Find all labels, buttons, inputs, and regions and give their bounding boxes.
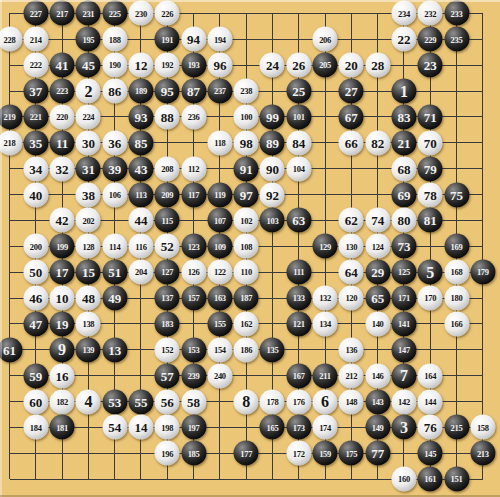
intersection-r14-c18[interactable] bbox=[470, 363, 496, 389]
intersection-r17-c2[interactable] bbox=[49, 440, 75, 466]
intersection-r15-c8[interactable] bbox=[207, 389, 233, 415]
intersection-r15-c5[interactable]: 55 bbox=[128, 389, 154, 415]
intersection-r14-c9[interactable] bbox=[233, 363, 259, 389]
intersection-r15-c10[interactable]: 178 bbox=[259, 389, 285, 415]
intersection-r14-c5[interactable] bbox=[128, 363, 154, 389]
intersection-r8-c1[interactable] bbox=[23, 208, 49, 234]
intersection-r5-c18[interactable] bbox=[470, 130, 496, 156]
intersection-r9-c8[interactable]: 109 bbox=[207, 233, 233, 259]
intersection-r2-c10[interactable]: 24 bbox=[259, 52, 285, 78]
intersection-r4-c14[interactable] bbox=[365, 104, 391, 130]
intersection-r5-c1[interactable]: 35 bbox=[23, 130, 49, 156]
intersection-r15-c13[interactable]: 148 bbox=[338, 389, 364, 415]
intersection-r18-c7[interactable] bbox=[180, 466, 206, 492]
intersection-r9-c0[interactable] bbox=[0, 233, 23, 259]
intersection-r7-c11[interactable] bbox=[286, 182, 312, 208]
intersection-r14-c0[interactable] bbox=[0, 363, 23, 389]
intersection-r16-c3[interactable] bbox=[75, 415, 101, 441]
intersection-r1-c18[interactable] bbox=[470, 26, 496, 52]
intersection-r13-c12[interactable] bbox=[312, 337, 338, 363]
intersection-r1-c5[interactable] bbox=[128, 26, 154, 52]
intersection-r6-c14[interactable] bbox=[365, 156, 391, 182]
intersection-r13-c16[interactable] bbox=[417, 337, 443, 363]
intersection-r15-c12[interactable]: 6 bbox=[312, 389, 338, 415]
intersection-r18-c8[interactable] bbox=[207, 466, 233, 492]
intersection-r18-c17[interactable]: 151 bbox=[443, 466, 469, 492]
intersection-r5-c12[interactable] bbox=[312, 130, 338, 156]
intersection-r7-c8[interactable]: 119 bbox=[207, 182, 233, 208]
intersection-r13-c10[interactable]: 135 bbox=[259, 337, 285, 363]
intersection-r9-c11[interactable] bbox=[286, 233, 312, 259]
intersection-r1-c11[interactable] bbox=[286, 26, 312, 52]
intersection-r14-c11[interactable]: 167 bbox=[286, 363, 312, 389]
intersection-r14-c15[interactable]: 7 bbox=[391, 363, 417, 389]
intersection-r0-c17[interactable]: 233 bbox=[443, 1, 469, 27]
intersection-r14-c12[interactable]: 211 bbox=[312, 363, 338, 389]
intersection-r8-c11[interactable]: 63 bbox=[286, 208, 312, 234]
intersection-r1-c0[interactable]: 228 bbox=[0, 26, 23, 52]
intersection-r5-c2[interactable]: 11 bbox=[49, 130, 75, 156]
intersection-r16-c14[interactable]: 149 bbox=[365, 415, 391, 441]
intersection-r11-c7[interactable]: 157 bbox=[180, 285, 206, 311]
intersection-r2-c7[interactable]: 193 bbox=[180, 52, 206, 78]
intersection-r1-c6[interactable]: 191 bbox=[154, 26, 180, 52]
intersection-r10-c11[interactable]: 111 bbox=[286, 259, 312, 285]
intersection-r5-c3[interactable]: 30 bbox=[75, 130, 101, 156]
intersection-r11-c18[interactable] bbox=[470, 285, 496, 311]
intersection-r3-c8[interactable]: 237 bbox=[207, 78, 233, 104]
intersection-r14-c16[interactable]: 164 bbox=[417, 363, 443, 389]
intersection-r3-c16[interactable] bbox=[417, 78, 443, 104]
intersection-r15-c15[interactable]: 142 bbox=[391, 389, 417, 415]
intersection-r4-c17[interactable] bbox=[443, 104, 469, 130]
intersection-r18-c2[interactable] bbox=[49, 466, 75, 492]
intersection-r0-c10[interactable] bbox=[259, 1, 285, 27]
intersection-r5-c9[interactable]: 98 bbox=[233, 130, 259, 156]
intersection-r0-c5[interactable]: 230 bbox=[128, 1, 154, 27]
intersection-r9-c1[interactable]: 200 bbox=[23, 233, 49, 259]
intersection-r10-c1[interactable]: 50 bbox=[23, 259, 49, 285]
intersection-r2-c12[interactable]: 205 bbox=[312, 52, 338, 78]
intersection-r2-c3[interactable]: 45 bbox=[75, 52, 101, 78]
intersection-r18-c10[interactable] bbox=[259, 466, 285, 492]
intersection-r16-c7[interactable]: 197 bbox=[180, 415, 206, 441]
intersection-r16-c11[interactable]: 173 bbox=[286, 415, 312, 441]
intersection-r13-c0[interactable]: 61 bbox=[0, 337, 23, 363]
intersection-r12-c12[interactable]: 134 bbox=[312, 311, 338, 337]
intersection-r6-c10[interactable]: 90 bbox=[259, 156, 285, 182]
intersection-r11-c4[interactable]: 49 bbox=[102, 285, 128, 311]
intersection-r3-c17[interactable] bbox=[443, 78, 469, 104]
intersection-r13-c18[interactable] bbox=[470, 337, 496, 363]
intersection-r18-c14[interactable] bbox=[365, 466, 391, 492]
intersection-r7-c1[interactable]: 40 bbox=[23, 182, 49, 208]
intersection-r13-c15[interactable]: 147 bbox=[391, 337, 417, 363]
intersection-r18-c18[interactable] bbox=[470, 466, 496, 492]
intersection-r3-c15[interactable]: 1 bbox=[391, 78, 417, 104]
intersection-r17-c4[interactable] bbox=[102, 440, 128, 466]
intersection-r11-c12[interactable]: 132 bbox=[312, 285, 338, 311]
intersection-r9-c9[interactable]: 108 bbox=[233, 233, 259, 259]
intersection-r8-c15[interactable]: 80 bbox=[391, 208, 417, 234]
intersection-r5-c5[interactable]: 85 bbox=[128, 130, 154, 156]
intersection-r9-c13[interactable]: 130 bbox=[338, 233, 364, 259]
intersection-r12-c14[interactable]: 140 bbox=[365, 311, 391, 337]
intersection-r11-c10[interactable] bbox=[259, 285, 285, 311]
intersection-r1-c15[interactable]: 22 bbox=[391, 26, 417, 52]
intersection-r6-c0[interactable] bbox=[0, 156, 23, 182]
intersection-r3-c14[interactable] bbox=[365, 78, 391, 104]
intersection-r15-c3[interactable]: 4 bbox=[75, 389, 101, 415]
intersection-r5-c8[interactable]: 118 bbox=[207, 130, 233, 156]
intersection-r13-c5[interactable] bbox=[128, 337, 154, 363]
intersection-r7-c14[interactable] bbox=[365, 182, 391, 208]
intersection-r8-c2[interactable]: 42 bbox=[49, 208, 75, 234]
intersection-r6-c3[interactable]: 31 bbox=[75, 156, 101, 182]
intersection-r16-c17[interactable]: 215 bbox=[443, 415, 469, 441]
intersection-r14-c4[interactable] bbox=[102, 363, 128, 389]
intersection-r1-c3[interactable]: 195 bbox=[75, 26, 101, 52]
intersection-r12-c3[interactable]: 138 bbox=[75, 311, 101, 337]
intersection-r12-c10[interactable] bbox=[259, 311, 285, 337]
intersection-r5-c14[interactable]: 82 bbox=[365, 130, 391, 156]
intersection-r3-c13[interactable]: 27 bbox=[338, 78, 364, 104]
intersection-r15-c16[interactable]: 144 bbox=[417, 389, 443, 415]
intersection-r12-c11[interactable]: 121 bbox=[286, 311, 312, 337]
intersection-r8-c4[interactable] bbox=[102, 208, 128, 234]
intersection-r12-c1[interactable]: 47 bbox=[23, 311, 49, 337]
intersection-r1-c8[interactable]: 194 bbox=[207, 26, 233, 52]
intersection-r5-c10[interactable]: 89 bbox=[259, 130, 285, 156]
intersection-r1-c4[interactable]: 188 bbox=[102, 26, 128, 52]
intersection-r4-c0[interactable]: 219 bbox=[0, 104, 23, 130]
intersection-r14-c8[interactable]: 240 bbox=[207, 363, 233, 389]
intersection-r17-c16[interactable]: 145 bbox=[417, 440, 443, 466]
intersection-r13-c17[interactable] bbox=[443, 337, 469, 363]
intersection-r18-c13[interactable] bbox=[338, 466, 364, 492]
intersection-r0-c9[interactable] bbox=[233, 1, 259, 27]
intersection-r0-c0[interactable] bbox=[0, 1, 23, 27]
intersection-r10-c8[interactable]: 122 bbox=[207, 259, 233, 285]
intersection-r1-c14[interactable] bbox=[365, 26, 391, 52]
intersection-r2-c18[interactable] bbox=[470, 52, 496, 78]
intersection-r11-c5[interactable] bbox=[128, 285, 154, 311]
intersection-r0-c4[interactable]: 225 bbox=[102, 1, 128, 27]
intersection-r16-c2[interactable]: 181 bbox=[49, 415, 75, 441]
intersection-r8-c7[interactable] bbox=[180, 208, 206, 234]
intersection-r11-c16[interactable]: 170 bbox=[417, 285, 443, 311]
intersection-r6-c8[interactable] bbox=[207, 156, 233, 182]
intersection-r7-c16[interactable]: 78 bbox=[417, 182, 443, 208]
intersection-r4-c1[interactable]: 221 bbox=[23, 104, 49, 130]
intersection-r6-c16[interactable]: 79 bbox=[417, 156, 443, 182]
intersection-r16-c10[interactable]: 165 bbox=[259, 415, 285, 441]
intersection-r8-c13[interactable]: 62 bbox=[338, 208, 364, 234]
intersection-r0-c15[interactable]: 234 bbox=[391, 1, 417, 27]
intersection-r5-c6[interactable] bbox=[154, 130, 180, 156]
intersection-r4-c2[interactable]: 220 bbox=[49, 104, 75, 130]
intersection-r3-c12[interactable] bbox=[312, 78, 338, 104]
intersection-r18-c15[interactable]: 160 bbox=[391, 466, 417, 492]
intersection-r6-c1[interactable]: 34 bbox=[23, 156, 49, 182]
intersection-r10-c13[interactable]: 64 bbox=[338, 259, 364, 285]
intersection-r4-c7[interactable]: 236 bbox=[180, 104, 206, 130]
intersection-r7-c15[interactable]: 69 bbox=[391, 182, 417, 208]
intersection-r2-c0[interactable] bbox=[0, 52, 23, 78]
go-board-grid[interactable]: 2272172312252302262342322332282141951881… bbox=[0, 1, 496, 493]
intersection-r17-c12[interactable]: 159 bbox=[312, 440, 338, 466]
intersection-r8-c10[interactable]: 103 bbox=[259, 208, 285, 234]
intersection-r12-c4[interactable] bbox=[102, 311, 128, 337]
intersection-r10-c10[interactable] bbox=[259, 259, 285, 285]
intersection-r12-c17[interactable]: 166 bbox=[443, 311, 469, 337]
intersection-r2-c9[interactable] bbox=[233, 52, 259, 78]
intersection-r5-c15[interactable]: 21 bbox=[391, 130, 417, 156]
intersection-r16-c0[interactable] bbox=[0, 415, 23, 441]
intersection-r9-c6[interactable]: 52 bbox=[154, 233, 180, 259]
intersection-r18-c4[interactable] bbox=[102, 466, 128, 492]
intersection-r10-c12[interactable] bbox=[312, 259, 338, 285]
intersection-r10-c9[interactable]: 110 bbox=[233, 259, 259, 285]
intersection-r6-c7[interactable]: 112 bbox=[180, 156, 206, 182]
intersection-r7-c6[interactable]: 209 bbox=[154, 182, 180, 208]
intersection-r14-c3[interactable] bbox=[75, 363, 101, 389]
intersection-r17-c8[interactable] bbox=[207, 440, 233, 466]
intersection-r14-c10[interactable] bbox=[259, 363, 285, 389]
intersection-r4-c5[interactable]: 93 bbox=[128, 104, 154, 130]
intersection-r2-c6[interactable]: 192 bbox=[154, 52, 180, 78]
intersection-r16-c4[interactable]: 54 bbox=[102, 415, 128, 441]
intersection-r10-c16[interactable]: 5 bbox=[417, 259, 443, 285]
intersection-r11-c3[interactable]: 48 bbox=[75, 285, 101, 311]
intersection-r15-c6[interactable]: 56 bbox=[154, 389, 180, 415]
intersection-r10-c5[interactable]: 204 bbox=[128, 259, 154, 285]
intersection-r0-c2[interactable]: 217 bbox=[49, 1, 75, 27]
intersection-r13-c8[interactable]: 154 bbox=[207, 337, 233, 363]
intersection-r9-c16[interactable] bbox=[417, 233, 443, 259]
intersection-r0-c14[interactable] bbox=[365, 1, 391, 27]
intersection-r17-c6[interactable]: 196 bbox=[154, 440, 180, 466]
intersection-r0-c18[interactable] bbox=[470, 1, 496, 27]
intersection-r4-c13[interactable]: 67 bbox=[338, 104, 364, 130]
intersection-r12-c16[interactable] bbox=[417, 311, 443, 337]
intersection-r6-c13[interactable] bbox=[338, 156, 364, 182]
intersection-r0-c7[interactable] bbox=[180, 1, 206, 27]
intersection-r4-c16[interactable]: 71 bbox=[417, 104, 443, 130]
intersection-r5-c16[interactable]: 70 bbox=[417, 130, 443, 156]
intersection-r6-c9[interactable]: 91 bbox=[233, 156, 259, 182]
intersection-r1-c2[interactable] bbox=[49, 26, 75, 52]
intersection-r14-c1[interactable]: 59 bbox=[23, 363, 49, 389]
intersection-r2-c11[interactable]: 26 bbox=[286, 52, 312, 78]
intersection-r7-c0[interactable] bbox=[0, 182, 23, 208]
intersection-r4-c10[interactable]: 99 bbox=[259, 104, 285, 130]
intersection-r2-c16[interactable]: 23 bbox=[417, 52, 443, 78]
intersection-r11-c15[interactable]: 171 bbox=[391, 285, 417, 311]
intersection-r4-c8[interactable] bbox=[207, 104, 233, 130]
intersection-r10-c2[interactable]: 17 bbox=[49, 259, 75, 285]
intersection-r14-c6[interactable]: 57 bbox=[154, 363, 180, 389]
intersection-r8-c3[interactable]: 202 bbox=[75, 208, 101, 234]
intersection-r17-c10[interactable] bbox=[259, 440, 285, 466]
intersection-r3-c11[interactable]: 25 bbox=[286, 78, 312, 104]
intersection-r3-c9[interactable]: 238 bbox=[233, 78, 259, 104]
intersection-r1-c16[interactable]: 229 bbox=[417, 26, 443, 52]
intersection-r12-c18[interactable] bbox=[470, 311, 496, 337]
intersection-r15-c11[interactable]: 176 bbox=[286, 389, 312, 415]
intersection-r6-c11[interactable]: 104 bbox=[286, 156, 312, 182]
intersection-r9-c7[interactable]: 123 bbox=[180, 233, 206, 259]
intersection-r7-c2[interactable] bbox=[49, 182, 75, 208]
intersection-r7-c3[interactable]: 38 bbox=[75, 182, 101, 208]
intersection-r17-c3[interactable] bbox=[75, 440, 101, 466]
intersection-r8-c18[interactable] bbox=[470, 208, 496, 234]
intersection-r15-c1[interactable]: 60 bbox=[23, 389, 49, 415]
intersection-r14-c13[interactable]: 212 bbox=[338, 363, 364, 389]
intersection-r6-c5[interactable]: 43 bbox=[128, 156, 154, 182]
intersection-r11-c17[interactable]: 180 bbox=[443, 285, 469, 311]
intersection-r15-c18[interactable] bbox=[470, 389, 496, 415]
intersection-r2-c17[interactable] bbox=[443, 52, 469, 78]
intersection-r8-c17[interactable] bbox=[443, 208, 469, 234]
intersection-r0-c16[interactable]: 232 bbox=[417, 1, 443, 27]
intersection-r7-c9[interactable]: 97 bbox=[233, 182, 259, 208]
intersection-r16-c9[interactable] bbox=[233, 415, 259, 441]
intersection-r7-c4[interactable]: 106 bbox=[102, 182, 128, 208]
intersection-r17-c14[interactable]: 77 bbox=[365, 440, 391, 466]
intersection-r13-c9[interactable]: 186 bbox=[233, 337, 259, 363]
intersection-r8-c8[interactable]: 107 bbox=[207, 208, 233, 234]
intersection-r7-c5[interactable]: 113 bbox=[128, 182, 154, 208]
intersection-r14-c7[interactable]: 239 bbox=[180, 363, 206, 389]
intersection-r3-c6[interactable]: 95 bbox=[154, 78, 180, 104]
intersection-r6-c12[interactable] bbox=[312, 156, 338, 182]
intersection-r18-c9[interactable] bbox=[233, 466, 259, 492]
intersection-r1-c7[interactable]: 94 bbox=[180, 26, 206, 52]
intersection-r9-c5[interactable]: 116 bbox=[128, 233, 154, 259]
intersection-r17-c11[interactable]: 172 bbox=[286, 440, 312, 466]
intersection-r9-c2[interactable]: 199 bbox=[49, 233, 75, 259]
intersection-r4-c15[interactable]: 83 bbox=[391, 104, 417, 130]
intersection-r0-c12[interactable] bbox=[312, 1, 338, 27]
intersection-r16-c8[interactable] bbox=[207, 415, 233, 441]
intersection-r16-c6[interactable]: 198 bbox=[154, 415, 180, 441]
intersection-r18-c3[interactable] bbox=[75, 466, 101, 492]
intersection-r10-c17[interactable]: 168 bbox=[443, 259, 469, 285]
intersection-r0-c8[interactable] bbox=[207, 1, 233, 27]
intersection-r8-c6[interactable]: 115 bbox=[154, 208, 180, 234]
intersection-r6-c2[interactable]: 32 bbox=[49, 156, 75, 182]
intersection-r0-c11[interactable] bbox=[286, 1, 312, 27]
intersection-r12-c9[interactable]: 162 bbox=[233, 311, 259, 337]
intersection-r17-c9[interactable]: 177 bbox=[233, 440, 259, 466]
intersection-r10-c15[interactable]: 125 bbox=[391, 259, 417, 285]
intersection-r5-c0[interactable]: 218 bbox=[0, 130, 23, 156]
intersection-r15-c9[interactable]: 8 bbox=[233, 389, 259, 415]
intersection-r15-c2[interactable]: 182 bbox=[49, 389, 75, 415]
intersection-r5-c11[interactable]: 84 bbox=[286, 130, 312, 156]
intersection-r1-c13[interactable] bbox=[338, 26, 364, 52]
intersection-r18-c12[interactable] bbox=[312, 466, 338, 492]
intersection-r11-c9[interactable]: 187 bbox=[233, 285, 259, 311]
intersection-r6-c17[interactable] bbox=[443, 156, 469, 182]
intersection-r3-c10[interactable] bbox=[259, 78, 285, 104]
intersection-r1-c10[interactable] bbox=[259, 26, 285, 52]
intersection-r13-c3[interactable]: 139 bbox=[75, 337, 101, 363]
intersection-r11-c1[interactable]: 46 bbox=[23, 285, 49, 311]
intersection-r6-c6[interactable]: 208 bbox=[154, 156, 180, 182]
intersection-r10-c0[interactable] bbox=[0, 259, 23, 285]
intersection-r7-c18[interactable] bbox=[470, 182, 496, 208]
intersection-r4-c3[interactable]: 224 bbox=[75, 104, 101, 130]
intersection-r13-c4[interactable]: 13 bbox=[102, 337, 128, 363]
intersection-r2-c4[interactable]: 190 bbox=[102, 52, 128, 78]
intersection-r8-c0[interactable] bbox=[0, 208, 23, 234]
intersection-r4-c4[interactable] bbox=[102, 104, 128, 130]
intersection-r5-c17[interactable] bbox=[443, 130, 469, 156]
intersection-r3-c0[interactable] bbox=[0, 78, 23, 104]
intersection-r15-c7[interactable]: 58 bbox=[180, 389, 206, 415]
intersection-r2-c2[interactable]: 41 bbox=[49, 52, 75, 78]
intersection-r11-c13[interactable]: 120 bbox=[338, 285, 364, 311]
intersection-r5-c7[interactable] bbox=[180, 130, 206, 156]
intersection-r2-c5[interactable]: 12 bbox=[128, 52, 154, 78]
intersection-r9-c10[interactable] bbox=[259, 233, 285, 259]
intersection-r18-c6[interactable] bbox=[154, 466, 180, 492]
intersection-r10-c3[interactable]: 15 bbox=[75, 259, 101, 285]
intersection-r4-c12[interactable] bbox=[312, 104, 338, 130]
intersection-r4-c9[interactable]: 100 bbox=[233, 104, 259, 130]
intersection-r18-c5[interactable] bbox=[128, 466, 154, 492]
intersection-r7-c17[interactable]: 75 bbox=[443, 182, 469, 208]
intersection-r18-c0[interactable] bbox=[0, 466, 23, 492]
intersection-r3-c3[interactable]: 2 bbox=[75, 78, 101, 104]
intersection-r9-c4[interactable]: 114 bbox=[102, 233, 128, 259]
intersection-r3-c4[interactable]: 86 bbox=[102, 78, 128, 104]
intersection-r8-c16[interactable]: 81 bbox=[417, 208, 443, 234]
intersection-r16-c12[interactable]: 174 bbox=[312, 415, 338, 441]
intersection-r3-c7[interactable]: 87 bbox=[180, 78, 206, 104]
intersection-r12-c6[interactable]: 183 bbox=[154, 311, 180, 337]
intersection-r1-c1[interactable]: 214 bbox=[23, 26, 49, 52]
intersection-r7-c12[interactable] bbox=[312, 182, 338, 208]
intersection-r0-c1[interactable]: 227 bbox=[23, 1, 49, 27]
intersection-r15-c17[interactable] bbox=[443, 389, 469, 415]
intersection-r16-c5[interactable]: 14 bbox=[128, 415, 154, 441]
intersection-r14-c17[interactable] bbox=[443, 363, 469, 389]
intersection-r16-c18[interactable]: 158 bbox=[470, 415, 496, 441]
intersection-r2-c13[interactable]: 20 bbox=[338, 52, 364, 78]
intersection-r0-c6[interactable]: 226 bbox=[154, 1, 180, 27]
intersection-r4-c6[interactable]: 88 bbox=[154, 104, 180, 130]
intersection-r4-c18[interactable] bbox=[470, 104, 496, 130]
intersection-r14-c2[interactable]: 16 bbox=[49, 363, 75, 389]
intersection-r13-c13[interactable]: 136 bbox=[338, 337, 364, 363]
intersection-r18-c1[interactable] bbox=[23, 466, 49, 492]
intersection-r17-c1[interactable] bbox=[23, 440, 49, 466]
intersection-r9-c17[interactable]: 169 bbox=[443, 233, 469, 259]
intersection-r12-c15[interactable]: 141 bbox=[391, 311, 417, 337]
intersection-r10-c7[interactable]: 126 bbox=[180, 259, 206, 285]
intersection-r2-c15[interactable] bbox=[391, 52, 417, 78]
intersection-r17-c15[interactable] bbox=[391, 440, 417, 466]
intersection-r3-c18[interactable] bbox=[470, 78, 496, 104]
intersection-r12-c7[interactable] bbox=[180, 311, 206, 337]
intersection-r13-c7[interactable]: 153 bbox=[180, 337, 206, 363]
intersection-r17-c7[interactable]: 185 bbox=[180, 440, 206, 466]
intersection-r7-c10[interactable]: 92 bbox=[259, 182, 285, 208]
intersection-r10-c4[interactable]: 51 bbox=[102, 259, 128, 285]
